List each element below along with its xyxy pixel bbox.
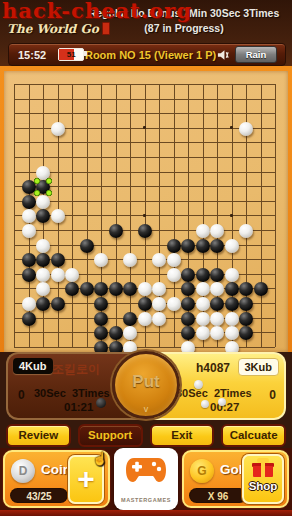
black-stone xyxy=(210,268,224,282)
black-stone xyxy=(181,297,195,311)
white-stone xyxy=(51,268,65,282)
white-stone xyxy=(210,282,224,296)
white-stone xyxy=(65,268,79,282)
watermark-text: hack-cheat.org xyxy=(2,0,192,23)
black-stone xyxy=(181,312,195,326)
black-player-name: 조킬로이 xyxy=(52,361,100,378)
players-panel: 4Kub 조킬로이 0 30Sec 3Times 01:21 h4087 3Ku… xyxy=(6,352,286,420)
black-stone xyxy=(181,239,195,253)
white-stone xyxy=(225,239,239,253)
mastergames-card[interactable]: MASTERGAMES xyxy=(114,448,178,510)
black-stone xyxy=(210,239,224,253)
white-rank-badge: 3Kub xyxy=(238,358,280,376)
white-stone xyxy=(210,326,224,340)
white-stone xyxy=(210,224,224,238)
shop-button[interactable]: Shop xyxy=(242,454,284,504)
black-stone xyxy=(239,312,253,326)
white-stone xyxy=(196,326,210,340)
coin-label: Coin xyxy=(41,462,71,477)
status-bar: 15:52 51 Room NO 15 (Viewer 1 P) Rain xyxy=(8,43,286,66)
white-stone xyxy=(225,326,239,340)
black-stone-icon xyxy=(96,398,106,408)
black-stone xyxy=(239,282,253,296)
black-captures: 0 xyxy=(18,388,25,402)
hand-cursor-icon: ☝ xyxy=(92,451,108,466)
calculate-button[interactable]: Calcuate xyxy=(221,424,286,447)
black-stone xyxy=(181,268,195,282)
black-stone xyxy=(109,326,123,340)
black-stone xyxy=(22,195,36,209)
battery-icon: 51 xyxy=(58,48,84,61)
white-stone xyxy=(22,209,36,223)
put-move-button[interactable]: Put v xyxy=(112,351,180,419)
white-stone xyxy=(36,239,50,253)
coin-count: 43/25 xyxy=(10,488,68,503)
white-stone xyxy=(152,253,166,267)
world-go-app: The World Go hack-cheat.org Regular No B… xyxy=(0,0,292,516)
white-stone xyxy=(239,224,253,238)
black-stone xyxy=(22,253,36,267)
white-stone xyxy=(196,312,210,326)
white-stone xyxy=(167,297,181,311)
white-stone xyxy=(138,312,152,326)
system-time: 15:52 xyxy=(18,49,46,61)
white-stone xyxy=(51,122,65,136)
black-time-setting: 30Sec 3Times xyxy=(34,387,110,399)
star-point xyxy=(143,126,146,129)
white-time-setting: 30Sec 2Times xyxy=(176,387,252,399)
black-stone xyxy=(36,253,50,267)
rain-sound-button[interactable]: Rain xyxy=(235,46,277,63)
action-buttons-row: Review Support Exit Calcuate xyxy=(6,424,286,447)
black-stone xyxy=(167,239,181,253)
white-stone xyxy=(22,224,36,238)
white-stone xyxy=(123,253,137,267)
coin-card: D Coin 43/25 + ☝ xyxy=(3,450,110,508)
white-stone xyxy=(239,122,253,136)
review-button[interactable]: Review xyxy=(6,424,71,447)
black-stone xyxy=(254,282,268,296)
star-point xyxy=(143,214,146,217)
gift-icon xyxy=(252,461,274,477)
gold-count: X 96 xyxy=(189,488,247,503)
black-stone xyxy=(109,282,123,296)
room-label: Room NO 15 (Viewer 1 P) xyxy=(84,49,217,61)
black-rank-badge: 4Kub xyxy=(13,358,53,374)
black-stone xyxy=(94,297,108,311)
black-stone xyxy=(94,326,108,340)
black-clock: 01:21 xyxy=(64,401,93,413)
black-stone xyxy=(210,297,224,311)
star-point xyxy=(230,126,233,129)
star-point xyxy=(230,214,233,217)
black-stone xyxy=(138,297,152,311)
go-board[interactable] xyxy=(4,71,288,352)
black-stone xyxy=(123,282,137,296)
white-stone xyxy=(94,253,108,267)
black-stone xyxy=(181,326,195,340)
black-stone xyxy=(36,209,50,223)
white-stone xyxy=(36,268,50,282)
white-stone xyxy=(210,312,224,326)
black-stone xyxy=(65,282,79,296)
white-stone xyxy=(167,268,181,282)
white-stone-icon xyxy=(218,398,226,406)
white-stone xyxy=(152,282,166,296)
black-stone xyxy=(181,282,195,296)
white-stone xyxy=(167,253,181,267)
black-stone xyxy=(239,326,253,340)
black-stone xyxy=(109,224,123,238)
gamepad-icon xyxy=(124,454,168,486)
black-stone xyxy=(196,239,210,253)
gold-card: G Gold X 96 Shop xyxy=(182,450,289,508)
white-stone xyxy=(225,312,239,326)
coin-icon: D xyxy=(11,459,35,483)
black-stone xyxy=(51,297,65,311)
black-stone xyxy=(36,297,50,311)
black-stone xyxy=(94,312,108,326)
white-stone xyxy=(22,297,36,311)
white-stone xyxy=(152,312,166,326)
black-stone xyxy=(196,268,210,282)
chevron-down-icon: v xyxy=(115,405,177,414)
white-player-name: h4087 xyxy=(196,361,230,375)
grid-line xyxy=(275,84,276,347)
white-stone-icon xyxy=(201,400,209,408)
black-stone xyxy=(80,282,94,296)
black-stone xyxy=(80,239,94,253)
board-frame xyxy=(0,66,292,352)
white-stone xyxy=(196,297,210,311)
white-stone xyxy=(51,209,65,223)
rules-line2: (87 in Progress) xyxy=(78,21,290,36)
white-stone xyxy=(152,297,166,311)
white-stone xyxy=(196,282,210,296)
black-stone xyxy=(138,224,152,238)
black-stone xyxy=(123,312,137,326)
grid-line xyxy=(261,84,262,347)
black-stone xyxy=(22,268,36,282)
support-button[interactable]: Support xyxy=(78,424,143,447)
black-stone xyxy=(22,312,36,326)
bottom-bar: D Coin 43/25 + ☝ MASTERGAMES G Gold X 96 xyxy=(0,448,292,516)
white-stone xyxy=(196,224,210,238)
add-coin-button[interactable]: + ☝ xyxy=(68,455,104,504)
black-stone xyxy=(51,253,65,267)
speaker-icon[interactable] xyxy=(217,49,230,61)
exit-button[interactable]: Exit xyxy=(150,424,215,447)
white-captures: 0 xyxy=(269,388,276,402)
white-stone xyxy=(36,195,50,209)
white-stone-icon xyxy=(194,380,203,389)
gold-icon: G xyxy=(190,459,214,483)
black-stone xyxy=(94,282,108,296)
last-move-marker xyxy=(34,178,52,196)
black-stone xyxy=(225,282,239,296)
white-stone xyxy=(123,326,137,340)
white-stone xyxy=(36,282,50,296)
black-stone xyxy=(239,297,253,311)
white-stone xyxy=(225,268,239,282)
black-stone xyxy=(225,297,239,311)
white-stone xyxy=(138,282,152,296)
bottom-strip xyxy=(0,510,292,516)
brand-label: MASTERGAMES xyxy=(114,497,178,503)
